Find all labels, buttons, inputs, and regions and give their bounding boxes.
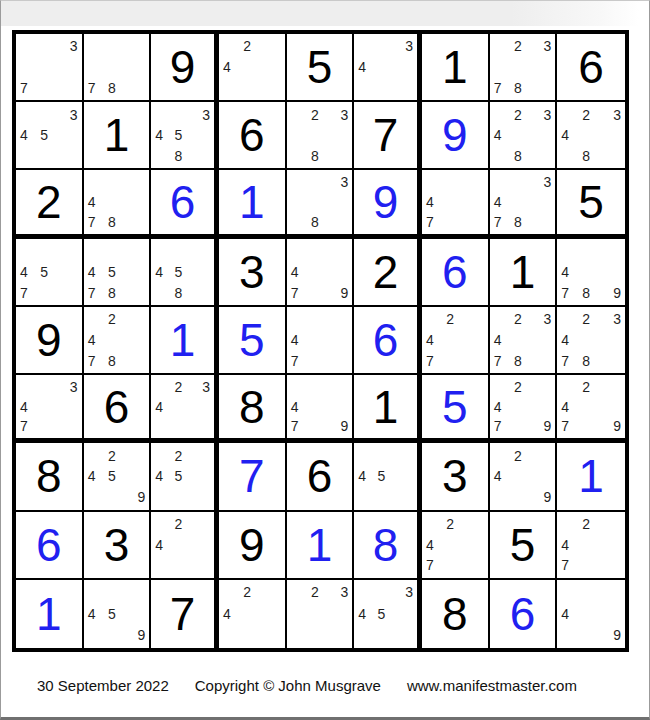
solved-digit-given: 8 — [422, 580, 488, 648]
pencil-marks: 347 — [19, 377, 80, 436]
pencil-marks: 247 — [425, 514, 486, 576]
pencil-mark-2: 2 — [107, 309, 127, 330]
pencil-mark-9: 9 — [127, 625, 147, 646]
pencil-mark-4: 4 — [560, 397, 581, 417]
solved-digit-given: 1 — [84, 102, 150, 168]
cell-r4c1[interactable]: 457 — [16, 239, 84, 307]
pencil-marks: 345 — [357, 582, 415, 646]
cell-r4c5[interactable]: 479 — [287, 239, 355, 307]
cell-r4c8[interactable]: 1 — [490, 239, 558, 307]
pencil-mark-2: 2 — [242, 582, 262, 603]
pencil-marks: 345 — [19, 104, 80, 166]
cell-r3c8[interactable]: 3478 — [490, 170, 558, 238]
cell-r8c8[interactable]: 5 — [490, 512, 558, 580]
cell-r8c3[interactable]: 24 — [151, 512, 219, 580]
pencil-marks: 459 — [87, 582, 148, 646]
pencil-mark-4: 4 — [425, 330, 445, 351]
footer-date: 30 September 2022 — [37, 677, 169, 694]
pencil-mark-8: 8 — [107, 77, 127, 98]
cell-r7c9[interactable]: 1 — [557, 443, 625, 511]
solved-digit-given: 1 — [490, 239, 556, 305]
pencil-marks: 24 — [222, 36, 283, 98]
pencil-mark-2: 2 — [581, 514, 602, 535]
pencil-mark-2: 2 — [445, 309, 465, 330]
pencil-mark-2: 2 — [581, 377, 602, 397]
cell-r2c9[interactable]: 2348 — [557, 102, 625, 170]
pencil-mark-7: 7 — [87, 77, 107, 98]
solved-digit-given: 9 — [151, 34, 214, 100]
pencil-marks: 2348 — [493, 104, 554, 166]
pencil-mark-2: 2 — [581, 104, 602, 125]
cell-r1c2[interactable]: 78 — [84, 34, 152, 102]
pencil-mark-7: 7 — [290, 350, 310, 371]
pencil-marks: 47 — [425, 172, 486, 231]
cell-r6c6[interactable]: 1 — [354, 375, 422, 443]
solved-digit-user: 8 — [354, 512, 417, 578]
pencil-mark-4: 4 — [87, 192, 107, 212]
cell-r1c1[interactable]: 37 — [16, 34, 84, 102]
pencil-mark-2: 2 — [174, 377, 193, 397]
pencil-mark-3: 3 — [533, 309, 553, 330]
pencil-mark-3: 3 — [396, 582, 415, 603]
cell-r6c1[interactable]: 347 — [16, 375, 84, 443]
pencil-marks: 2378 — [493, 36, 554, 98]
pencil-marks: 247 — [425, 309, 486, 371]
pencil-mark-7: 7 — [560, 282, 581, 303]
pencil-mark-7: 7 — [493, 350, 513, 371]
cell-r3c6[interactable]: 9 — [354, 170, 422, 238]
solved-digit-user: 7 — [219, 443, 285, 509]
pencil-mark-4: 4 — [87, 603, 107, 624]
pencil-mark-4: 4 — [560, 125, 581, 146]
pencil-mark-4: 4 — [222, 603, 242, 624]
pencil-mark-2: 2 — [174, 445, 193, 466]
pencil-marks: 234 — [154, 377, 212, 436]
cell-r9c4[interactable]: 24 — [219, 580, 287, 648]
cell-r3c7[interactable]: 47 — [422, 170, 490, 238]
cell-r2c7[interactable]: 9 — [422, 102, 490, 170]
cell-r2c2[interactable]: 1 — [84, 102, 152, 170]
cell-r6c3[interactable]: 234 — [151, 375, 219, 443]
pencil-marks: 247 — [560, 514, 623, 576]
cell-r2c8[interactable]: 2348 — [490, 102, 558, 170]
pencil-mark-5: 5 — [39, 261, 59, 282]
footer: 30 September 2022 Copyright © John Musgr… — [37, 677, 577, 694]
pencil-mark-8: 8 — [513, 146, 533, 167]
pencil-mark-4: 4 — [154, 534, 173, 555]
pencil-mark-7: 7 — [425, 212, 445, 232]
pencil-mark-2: 2 — [445, 514, 465, 535]
cell-r6c8[interactable]: 2479 — [490, 375, 558, 443]
cell-r4c4[interactable]: 3 — [219, 239, 287, 307]
cell-r2c1[interactable]: 345 — [16, 102, 84, 170]
pencil-marks: 4578 — [87, 241, 148, 303]
solved-digit-given: 5 — [287, 34, 353, 100]
pencil-mark-4: 4 — [19, 125, 39, 146]
footer-copyright: Copyright © John Musgrave — [195, 677, 381, 694]
cell-r8c7[interactable]: 247 — [422, 512, 490, 580]
solved-digit-given: 6 — [557, 34, 625, 100]
pencil-mark-5: 5 — [107, 603, 127, 624]
pencil-marks: 24 — [222, 582, 283, 646]
pencil-mark-4: 4 — [154, 261, 173, 282]
solved-digit-given: 6 — [84, 375, 150, 438]
pencil-mark-5: 5 — [39, 125, 59, 146]
cell-r9c5[interactable]: 23 — [287, 580, 355, 648]
pencil-mark-7: 7 — [425, 555, 445, 576]
pencil-mark-4: 4 — [493, 192, 513, 212]
pencil-mark-4: 4 — [425, 534, 445, 555]
pencil-mark-7: 7 — [87, 212, 107, 232]
pencil-mark-8: 8 — [107, 212, 127, 232]
cell-r9c3[interactable]: 7 — [151, 580, 219, 648]
solved-digit-given: 8 — [16, 443, 82, 509]
pencil-marks: 4789 — [560, 241, 623, 303]
pencil-mark-2: 2 — [310, 104, 330, 125]
solved-digit-user: 9 — [354, 170, 417, 233]
pencil-mark-4: 4 — [87, 330, 107, 351]
cell-r6c5[interactable]: 479 — [287, 375, 355, 443]
cell-r8c5[interactable]: 1 — [287, 512, 355, 580]
solved-digit-user: 6 — [422, 239, 488, 305]
cell-r8c9[interactable]: 247 — [557, 512, 625, 580]
pencil-marks: 23 — [290, 582, 351, 646]
cell-r3c5[interactable]: 38 — [287, 170, 355, 238]
cell-r6c4[interactable]: 8 — [219, 375, 287, 443]
cell-r7c2[interactable]: 2459 — [84, 443, 152, 511]
pencil-marks: 3478 — [493, 172, 554, 231]
cell-r4c6[interactable]: 2 — [354, 239, 422, 307]
pencil-mark-4: 4 — [87, 261, 107, 282]
cell-r5c6[interactable]: 6 — [354, 307, 422, 375]
pencil-mark-5: 5 — [377, 466, 396, 487]
solved-digit-user: 1 — [557, 443, 625, 509]
pencil-mark-8: 8 — [174, 146, 193, 167]
cell-r7c6[interactable]: 45 — [354, 443, 422, 511]
pencil-mark-8: 8 — [513, 350, 533, 371]
solved-digit-user: 1 — [151, 307, 214, 373]
pencil-mark-4: 4 — [19, 397, 39, 417]
cell-r3c1[interactable]: 2 — [16, 170, 84, 238]
solved-digit-user: 5 — [422, 375, 488, 438]
pencil-marks: 245 — [154, 445, 212, 507]
pencil-mark-3: 3 — [193, 104, 212, 125]
window-titlebar — [1, 1, 639, 26]
cell-r2c3[interactable]: 3458 — [151, 102, 219, 170]
pencil-mark-4: 4 — [222, 57, 242, 78]
pencil-mark-7: 7 — [493, 212, 513, 232]
solved-digit-given: 3 — [422, 443, 488, 509]
footer-website-link[interactable]: www.manifestmaster.com — [407, 677, 577, 694]
pencil-mark-2: 2 — [513, 36, 533, 57]
cell-r5c7[interactable]: 247 — [422, 307, 490, 375]
pencil-mark-8: 8 — [174, 282, 193, 303]
pencil-marks: 457 — [19, 241, 80, 303]
pencil-marks: 78 — [87, 36, 148, 98]
cell-r1c7[interactable]: 1 — [422, 34, 490, 102]
pencil-mark-4: 4 — [493, 125, 513, 146]
cell-r2c4[interactable]: 6 — [219, 102, 287, 170]
solved-digit-user: 9 — [422, 102, 488, 168]
pencil-mark-4: 4 — [560, 261, 581, 282]
cell-r5c4[interactable]: 5 — [219, 307, 287, 375]
pencil-marks: 249 — [493, 445, 554, 507]
pencil-mark-4: 4 — [154, 125, 173, 146]
cell-r3c3[interactable]: 6 — [151, 170, 219, 238]
cell-r9c6[interactable]: 345 — [354, 580, 422, 648]
pencil-mark-8: 8 — [310, 146, 330, 167]
pencil-mark-4: 4 — [357, 57, 376, 78]
pencil-mark-4: 4 — [560, 534, 581, 555]
pencil-mark-2: 2 — [174, 514, 193, 535]
sudoku-page: 3778924534123786345134586238792348234824… — [0, 0, 650, 720]
solved-digit-given: 1 — [354, 375, 417, 438]
pencil-mark-7: 7 — [560, 350, 581, 371]
pencil-mark-7: 7 — [19, 77, 39, 98]
cell-r4c9[interactable]: 4789 — [557, 239, 625, 307]
pencil-mark-4: 4 — [560, 330, 581, 351]
pencil-mark-3: 3 — [193, 377, 212, 397]
pencil-mark-9: 9 — [533, 417, 553, 437]
cell-r5c5[interactable]: 47 — [287, 307, 355, 375]
cell-r1c3[interactable]: 9 — [151, 34, 219, 102]
pencil-mark-5: 5 — [174, 466, 193, 487]
pencil-mark-3: 3 — [59, 377, 79, 397]
solved-digit-given: 5 — [557, 170, 625, 233]
pencil-mark-9: 9 — [330, 417, 350, 437]
pencil-mark-3: 3 — [59, 36, 79, 57]
pencil-mark-8: 8 — [581, 146, 602, 167]
cell-r9c7[interactable]: 8 — [422, 580, 490, 648]
cell-r7c5[interactable]: 6 — [287, 443, 355, 511]
solved-digit-user: 6 — [16, 512, 82, 578]
pencil-mark-9: 9 — [602, 417, 623, 437]
cell-r7c4[interactable]: 7 — [219, 443, 287, 511]
cell-r9c9[interactable]: 49 — [557, 580, 625, 648]
solved-digit-given: 1 — [422, 34, 488, 100]
pencil-mark-5: 5 — [174, 125, 193, 146]
pencil-mark-4: 4 — [493, 330, 513, 351]
solved-digit-given: 2 — [16, 170, 82, 233]
pencil-mark-4: 4 — [290, 261, 310, 282]
pencil-mark-4: 4 — [357, 466, 376, 487]
solved-digit-given: 5 — [490, 512, 556, 578]
pencil-mark-9: 9 — [533, 487, 553, 508]
cell-r9c1[interactable]: 1 — [16, 580, 84, 648]
pencil-mark-4: 4 — [19, 261, 39, 282]
pencil-mark-7: 7 — [560, 417, 581, 437]
pencil-marks: 2348 — [560, 104, 623, 166]
pencil-mark-4: 4 — [493, 466, 513, 487]
pencil-mark-2: 2 — [513, 445, 533, 466]
pencil-marks: 37 — [19, 36, 80, 98]
solved-digit-given: 3 — [219, 239, 285, 305]
solved-digit-user: 1 — [219, 170, 285, 233]
pencil-marks: 38 — [290, 172, 351, 231]
pencil-mark-9: 9 — [602, 625, 623, 646]
pencil-mark-9: 9 — [330, 282, 350, 303]
solved-digit-given: 6 — [219, 102, 285, 168]
pencil-marks: 47 — [290, 309, 351, 371]
cell-r5c8[interactable]: 23478 — [490, 307, 558, 375]
pencil-mark-8: 8 — [310, 212, 330, 232]
pencil-marks: 23478 — [560, 309, 623, 371]
cell-r3c4[interactable]: 1 — [219, 170, 287, 238]
solved-digit-given: 9 — [219, 512, 285, 578]
pencil-mark-7: 7 — [19, 282, 39, 303]
cell-r5c9[interactable]: 23478 — [557, 307, 625, 375]
solved-digit-user: 1 — [287, 512, 353, 578]
cell-r6c7[interactable]: 5 — [422, 375, 490, 443]
pencil-mark-4: 4 — [87, 466, 107, 487]
pencil-marks: 3458 — [154, 104, 212, 166]
pencil-marks: 24 — [154, 514, 212, 576]
solved-digit-given: 9 — [16, 307, 82, 373]
pencil-marks: 34 — [357, 36, 415, 98]
cell-r3c2[interactable]: 478 — [84, 170, 152, 238]
pencil-mark-3: 3 — [533, 36, 553, 57]
pencil-mark-5: 5 — [377, 603, 396, 624]
pencil-mark-7: 7 — [19, 417, 39, 437]
cell-r2c6[interactable]: 7 — [354, 102, 422, 170]
cell-r8c2[interactable]: 3 — [84, 512, 152, 580]
pencil-mark-3: 3 — [533, 104, 553, 125]
pencil-mark-7: 7 — [87, 350, 107, 371]
solved-digit-user: 1 — [16, 580, 82, 648]
pencil-marks: 45 — [357, 445, 415, 507]
cell-r1c5[interactable]: 5 — [287, 34, 355, 102]
pencil-mark-7: 7 — [290, 417, 310, 437]
pencil-mark-7: 7 — [560, 555, 581, 576]
cell-r1c4[interactable]: 24 — [219, 34, 287, 102]
cell-r1c8[interactable]: 2378 — [490, 34, 558, 102]
pencil-mark-2: 2 — [242, 36, 262, 57]
pencil-mark-8: 8 — [107, 282, 127, 303]
pencil-marks: 479 — [290, 241, 351, 303]
pencil-mark-7: 7 — [425, 350, 445, 371]
cell-r5c1[interactable]: 9 — [16, 307, 84, 375]
pencil-mark-4: 4 — [560, 603, 581, 624]
pencil-mark-9: 9 — [127, 487, 147, 508]
pencil-marks: 2478 — [87, 309, 148, 371]
pencil-mark-8: 8 — [513, 212, 533, 232]
pencil-mark-8: 8 — [581, 282, 602, 303]
cell-r9c8[interactable]: 6 — [490, 580, 558, 648]
pencil-mark-3: 3 — [330, 172, 350, 192]
cell-r9c2[interactable]: 459 — [84, 580, 152, 648]
pencil-mark-5: 5 — [107, 466, 127, 487]
cell-r1c9[interactable]: 6 — [557, 34, 625, 102]
cell-r8c1[interactable]: 6 — [16, 512, 84, 580]
cell-r5c2[interactable]: 2478 — [84, 307, 152, 375]
pencil-mark-8: 8 — [513, 77, 533, 98]
pencil-marks: 458 — [154, 241, 212, 303]
pencil-mark-4: 4 — [290, 397, 310, 417]
pencil-mark-3: 3 — [396, 36, 415, 57]
pencil-mark-4: 4 — [425, 192, 445, 212]
cell-r6c9[interactable]: 2479 — [557, 375, 625, 443]
pencil-marks: 2479 — [493, 377, 554, 436]
pencil-marks: 478 — [87, 172, 148, 231]
pencil-mark-8: 8 — [581, 350, 602, 371]
pencil-mark-2: 2 — [581, 309, 602, 330]
cell-r5c3[interactable]: 1 — [151, 307, 219, 375]
pencil-mark-4: 4 — [290, 330, 310, 351]
solved-digit-user: 6 — [151, 170, 214, 233]
pencil-mark-8: 8 — [107, 350, 127, 371]
cell-r7c7[interactable]: 3 — [422, 443, 490, 511]
pencil-marks: 479 — [290, 377, 351, 436]
pencil-mark-2: 2 — [513, 377, 533, 397]
cell-r8c4[interactable]: 9 — [219, 512, 287, 580]
pencil-mark-2: 2 — [513, 104, 533, 125]
cell-r4c2[interactable]: 4578 — [84, 239, 152, 307]
pencil-mark-5: 5 — [107, 261, 127, 282]
cell-r2c5[interactable]: 238 — [287, 102, 355, 170]
solved-digit-user: 5 — [219, 307, 285, 373]
pencil-mark-4: 4 — [154, 466, 173, 487]
solved-digit-given: 7 — [354, 102, 417, 168]
pencil-mark-9: 9 — [602, 282, 623, 303]
pencil-mark-7: 7 — [87, 282, 107, 303]
pencil-mark-3: 3 — [330, 582, 350, 603]
solved-digit-given: 3 — [84, 512, 150, 578]
pencil-mark-2: 2 — [310, 582, 330, 603]
pencil-mark-2: 2 — [513, 309, 533, 330]
pencil-mark-4: 4 — [357, 603, 376, 624]
pencil-mark-3: 3 — [533, 172, 553, 192]
pencil-mark-3: 3 — [330, 104, 350, 125]
pencil-mark-7: 7 — [493, 417, 513, 437]
pencil-mark-3: 3 — [602, 309, 623, 330]
sudoku-board: 3778924534123786345134586238792348234824… — [12, 30, 629, 652]
solved-digit-user: 6 — [354, 307, 417, 373]
pencil-mark-7: 7 — [493, 77, 513, 98]
cell-r4c7[interactable]: 6 — [422, 239, 490, 307]
cell-r6c2[interactable]: 6 — [84, 375, 152, 443]
pencil-mark-2: 2 — [107, 445, 127, 466]
cell-r7c1[interactable]: 8 — [16, 443, 84, 511]
cell-r7c8[interactable]: 249 — [490, 443, 558, 511]
cell-r1c6[interactable]: 34 — [354, 34, 422, 102]
pencil-marks: 2459 — [87, 445, 148, 507]
pencil-mark-3: 3 — [59, 104, 79, 125]
solved-digit-given: 7 — [151, 580, 214, 648]
pencil-mark-4: 4 — [154, 397, 173, 417]
pencil-marks: 238 — [290, 104, 351, 166]
solved-digit-given: 6 — [287, 443, 353, 509]
cell-r7c3[interactable]: 245 — [151, 443, 219, 511]
pencil-mark-3: 3 — [602, 104, 623, 125]
cell-r4c3[interactable]: 458 — [151, 239, 219, 307]
solved-digit-given: 8 — [219, 375, 285, 438]
solved-digit-given: 2 — [354, 239, 417, 305]
pencil-mark-5: 5 — [174, 261, 193, 282]
pencil-mark-7: 7 — [290, 282, 310, 303]
pencil-mark-4: 4 — [493, 397, 513, 417]
solved-digit-user: 6 — [490, 580, 556, 648]
pencil-marks: 2479 — [560, 377, 623, 436]
cell-r8c6[interactable]: 8 — [354, 512, 422, 580]
pencil-marks: 49 — [560, 582, 623, 646]
cell-r3c9[interactable]: 5 — [557, 170, 625, 238]
pencil-marks: 23478 — [493, 309, 554, 371]
